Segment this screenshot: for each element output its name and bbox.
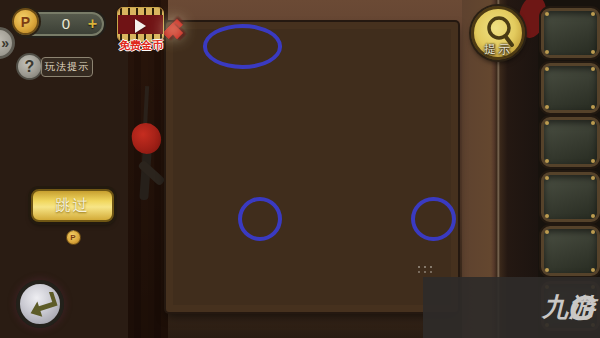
board-corner-dots [418, 266, 420, 268]
puzzle-board [166, 22, 458, 312]
filmstrip-icon [118, 8, 163, 15]
coin-count-value: 0 [46, 15, 86, 32]
watermark-text: 九游 [542, 290, 596, 325]
skip-cost: 1 P [50, 227, 96, 247]
p-coin-icon: P [12, 8, 39, 35]
game-screen: 0 + P ? 玩法提示 » 免费金币 跳过 1 P 提示 G 九游 [0, 0, 600, 338]
inventory-slot-3[interactable] [541, 117, 600, 167]
undo-arrow-icon [27, 292, 59, 322]
p-coin-icon: P [66, 230, 81, 245]
free-coins-ad-button[interactable] [117, 7, 164, 42]
inventory-slot-2[interactable] [541, 63, 600, 113]
hint-label: 提示 [478, 41, 518, 58]
add-coins-button[interactable]: + [88, 15, 97, 33]
blue-circle-annotation [411, 197, 456, 242]
board-grid [173, 29, 451, 305]
blue-circle-annotation [203, 24, 283, 69]
play-icon [135, 19, 146, 33]
gameplay-hint-button[interactable]: 玩法提示 [41, 57, 93, 77]
inventory-slot-1[interactable] [541, 8, 600, 58]
blue-circle-annotation [238, 197, 283, 242]
skip-button[interactable]: 跳过 [31, 189, 114, 222]
free-coins-label: 免费金币 [107, 38, 175, 53]
inventory-slot-5[interactable] [541, 226, 600, 276]
inventory-slot-4[interactable] [541, 172, 600, 222]
question-icon[interactable]: ? [16, 53, 43, 80]
back-button[interactable] [16, 280, 64, 328]
watermark-banner: G 九游 [423, 277, 600, 338]
